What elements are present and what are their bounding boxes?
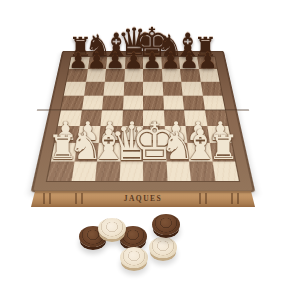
square-f6[interactable] xyxy=(162,82,182,96)
dark-draughts-piece-5[interactable] xyxy=(152,214,180,235)
black-pawn-c7[interactable]: ♟ xyxy=(106,49,125,71)
black-pawn-h7[interactable]: ♟ xyxy=(198,49,217,71)
apron-groove xyxy=(43,193,45,204)
square-d5[interactable] xyxy=(123,95,144,110)
square-g6[interactable] xyxy=(181,82,202,96)
square-e6[interactable] xyxy=(143,82,163,96)
cream-draughts-piece-2[interactable] xyxy=(98,218,126,239)
apron-groove xyxy=(205,193,207,204)
square-b5[interactable] xyxy=(82,95,104,110)
apron-groove xyxy=(75,193,77,204)
square-h6[interactable] xyxy=(200,82,222,96)
black-pawn-d7[interactable]: ♟ xyxy=(124,49,143,71)
apron-groove xyxy=(49,193,51,204)
black-pawn-b7[interactable]: ♟ xyxy=(87,49,106,71)
cream-draughts-piece-6[interactable] xyxy=(149,237,177,258)
square-a5[interactable] xyxy=(61,95,84,110)
apron-groove xyxy=(199,193,201,204)
apron-groove xyxy=(81,193,83,204)
square-d6[interactable] xyxy=(123,82,143,96)
brand-engraving: JAQUES xyxy=(124,194,163,203)
black-pawn-f7[interactable]: ♟ xyxy=(161,49,180,71)
black-pawn-a7[interactable]: ♟ xyxy=(69,49,88,71)
board-front-apron: JAQUES xyxy=(31,191,255,207)
apron-groove xyxy=(231,193,233,204)
square-b6[interactable] xyxy=(84,82,105,96)
square-e5[interactable] xyxy=(143,95,164,110)
square-h5[interactable] xyxy=(202,95,225,110)
product-photo-stage: ♜♞♝♛♚♞♝♜♟♟♟♟♟♟♟♟♟♟♟♟♟♟♟♟♜♞♝♛♚♞♝♜ JAQUES xyxy=(0,0,285,285)
square-c6[interactable] xyxy=(103,82,123,96)
square-f5[interactable] xyxy=(163,95,184,110)
square-c5[interactable] xyxy=(102,95,123,110)
square-g5[interactable] xyxy=(183,95,205,110)
black-pawn-g7[interactable]: ♟ xyxy=(180,49,199,71)
black-pawn-e7[interactable]: ♟ xyxy=(143,49,162,71)
apron-groove xyxy=(237,193,239,204)
cream-draughts-piece-4[interactable] xyxy=(120,247,148,268)
square-a6[interactable] xyxy=(64,82,86,96)
white-rook-h1[interactable]: ♜ xyxy=(208,131,238,165)
